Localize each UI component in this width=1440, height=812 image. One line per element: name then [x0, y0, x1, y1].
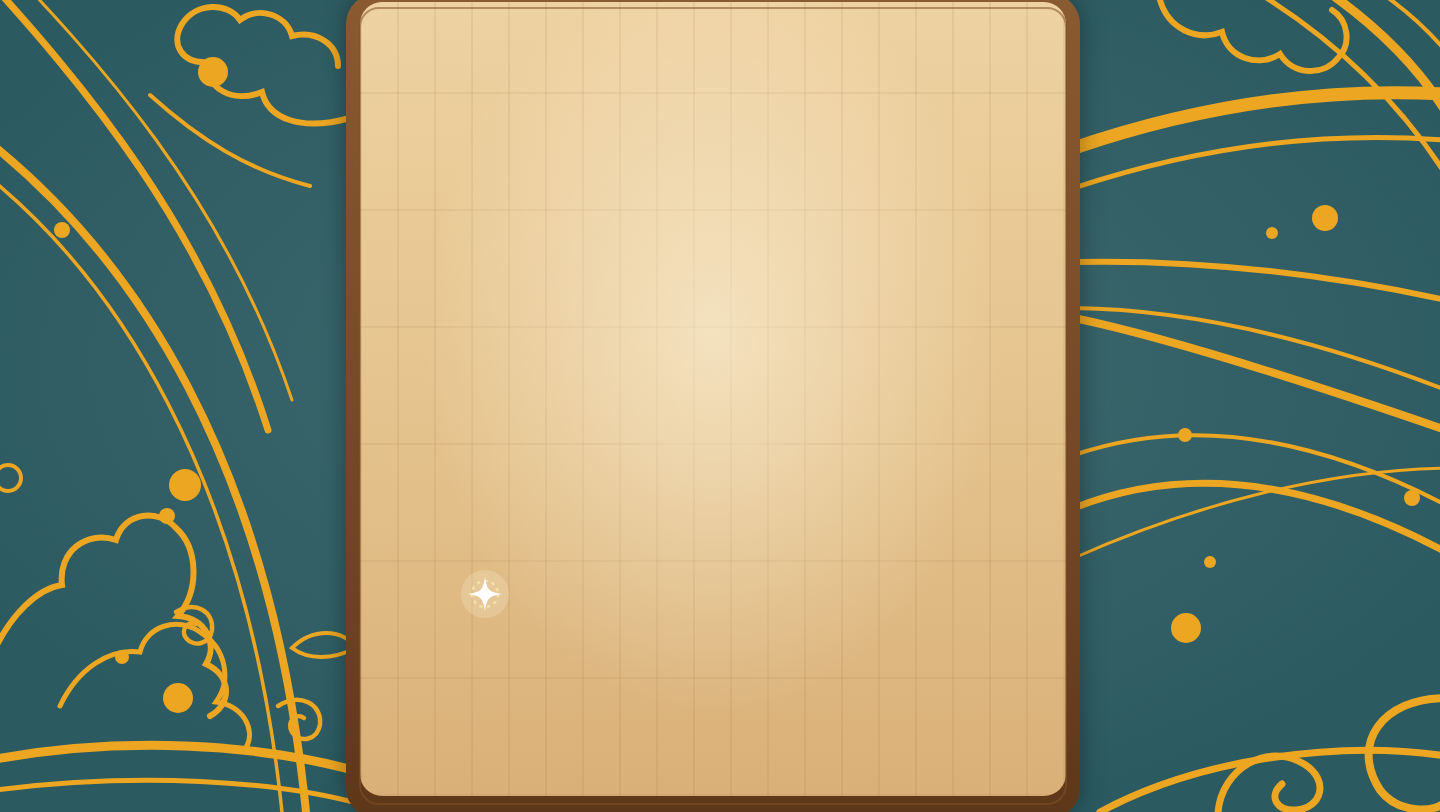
- screenshot-root: [0, 0, 1440, 812]
- board-grid-lines: [0, 0, 1440, 812]
- last-move-sparkle: [453, 562, 517, 626]
